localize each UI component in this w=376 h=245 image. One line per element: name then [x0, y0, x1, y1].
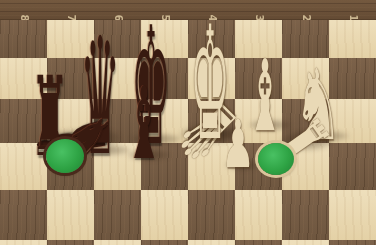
- chessboard-photo: 87654321 ♜♟♞♛♚♝♚♛♟♝♞♜: [0, 0, 376, 245]
- board-square: [47, 99, 94, 143]
- board-square: [235, 58, 282, 99]
- board-square: [47, 240, 94, 245]
- board-square: [235, 99, 282, 143]
- board-square: [188, 20, 235, 58]
- board-square: [94, 240, 141, 245]
- board-square: [0, 20, 47, 58]
- felt-base: [46, 139, 84, 173]
- board-square: [47, 20, 94, 58]
- board-square: [329, 240, 376, 245]
- board-square: [94, 99, 141, 143]
- board-square: [282, 99, 329, 143]
- board-square: [188, 143, 235, 190]
- board-square: [141, 99, 188, 143]
- board-square: [0, 143, 47, 190]
- board-square: [188, 240, 235, 245]
- board-square: [94, 143, 141, 190]
- board-square: [235, 20, 282, 58]
- board-square: [329, 143, 376, 190]
- board-square: [235, 240, 282, 245]
- board-square: [329, 58, 376, 99]
- felt-base: [258, 143, 294, 175]
- board-square: [141, 58, 188, 99]
- board-square: [141, 240, 188, 245]
- board-square: [329, 99, 376, 143]
- board-square: [47, 190, 94, 240]
- board-frame-top: 87654321: [0, 0, 376, 21]
- board-square: [282, 58, 329, 99]
- chess-board: [0, 20, 376, 245]
- board-square: [188, 190, 235, 240]
- board-square: [329, 20, 376, 58]
- board-square: [94, 190, 141, 240]
- board-square: [141, 143, 188, 190]
- board-square: [141, 20, 188, 58]
- board-square: [141, 190, 188, 240]
- board-square: [94, 20, 141, 58]
- board-square: [282, 240, 329, 245]
- board-square: [0, 240, 47, 245]
- board-square: [282, 190, 329, 240]
- board-square: [0, 58, 47, 99]
- board-square: [188, 58, 235, 99]
- board-square: [0, 99, 47, 143]
- board-square: [0, 190, 47, 240]
- board-square: [94, 58, 141, 99]
- board-square: [235, 190, 282, 240]
- board-square: [282, 20, 329, 58]
- board-square: [188, 99, 235, 143]
- board-square: [47, 58, 94, 99]
- board-square: [329, 190, 376, 240]
